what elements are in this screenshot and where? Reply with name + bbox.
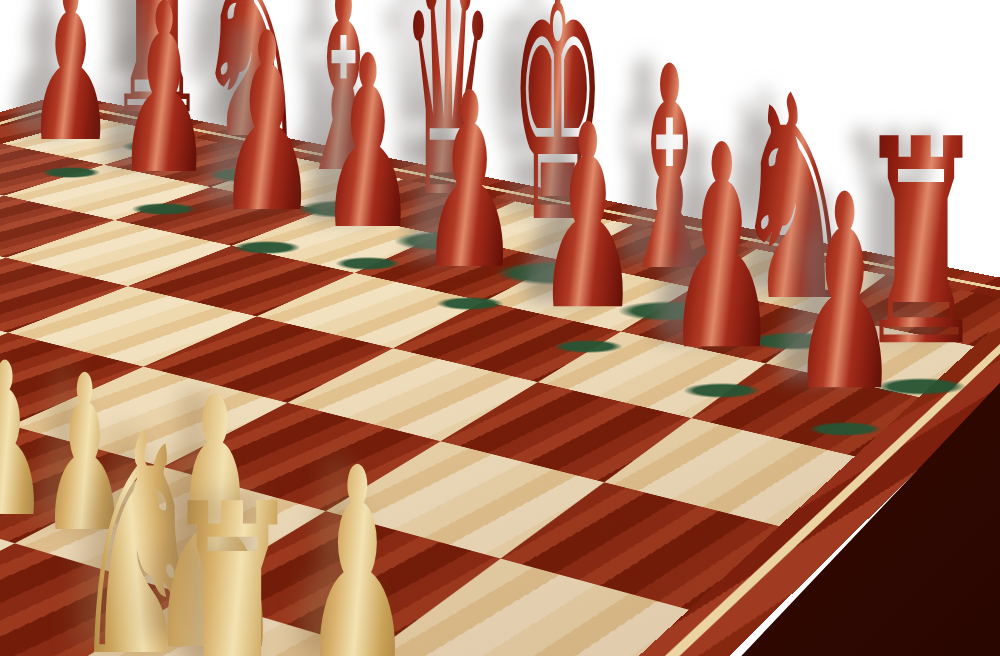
pawn-glyph: ♟ [789,159,900,428]
pieces-layer: ♜♟♞♝♟♛♟♟♚♟♝♞♟♜♟♟♟♟♞♟♟♜ [0,0,1000,656]
piece-black-pawn-h7[interactable]: ♟ [710,159,979,428]
piece-white-rook-h1[interactable]: ♜ [79,465,386,656]
rook-glyph: ♜ [160,465,303,656]
chess-set-photo: ♜♟♞♝♟♛♟♟♚♟♝♞♟♜♟♟♟♟♞♟♟♜ [0,0,1000,656]
